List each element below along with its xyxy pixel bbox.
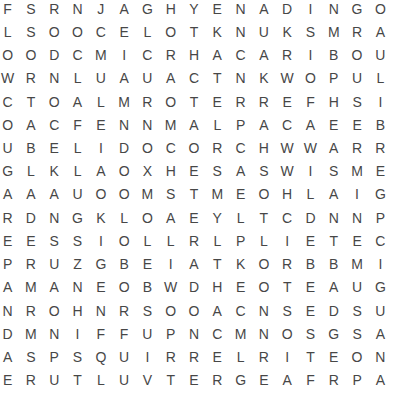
grid-cell[interactable]: O: [345, 43, 368, 66]
grid-cell[interactable]: N: [66, 0, 89, 20]
grid-cell[interactable]: E: [136, 253, 159, 276]
grid-cell[interactable]: N: [369, 346, 392, 369]
grid-cell[interactable]: U: [252, 20, 275, 43]
grid-cell[interactable]: G: [345, 0, 368, 20]
grid-cell[interactable]: D: [19, 206, 42, 229]
grid-cell[interactable]: A: [299, 113, 322, 136]
grid-cell[interactable]: F: [112, 322, 135, 345]
grid-cell[interactable]: S: [66, 346, 89, 369]
grid-cell[interactable]: E: [369, 160, 392, 183]
grid-cell[interactable]: M: [229, 322, 252, 345]
grid-cell[interactable]: O: [112, 229, 135, 252]
grid-cell[interactable]: E: [299, 229, 322, 252]
grid-cell[interactable]: E: [206, 90, 229, 113]
grid-cell[interactable]: E: [345, 113, 368, 136]
grid-cell[interactable]: I: [299, 160, 322, 183]
grid-cell[interactable]: M: [206, 183, 229, 206]
grid-cell[interactable]: E: [345, 229, 368, 252]
grid-cell[interactable]: N: [252, 322, 275, 345]
grid-cell[interactable]: K: [43, 160, 66, 183]
grid-cell[interactable]: L: [299, 183, 322, 206]
grid-cell[interactable]: I: [66, 322, 89, 345]
grid-cell[interactable]: C: [206, 322, 229, 345]
grid-cell[interactable]: T: [159, 369, 182, 392]
grid-cell[interactable]: W: [276, 136, 299, 159]
grid-cell[interactable]: R: [19, 299, 42, 322]
grid-cell[interactable]: T: [276, 276, 299, 299]
grid-cell[interactable]: R: [276, 43, 299, 66]
grid-cell[interactable]: C: [276, 113, 299, 136]
grid-cell[interactable]: T: [182, 90, 205, 113]
grid-cell[interactable]: B: [19, 136, 42, 159]
grid-cell[interactable]: O: [0, 43, 19, 66]
grid-cell[interactable]: O: [159, 20, 182, 43]
grid-cell[interactable]: A: [252, 43, 275, 66]
grid-cell[interactable]: A: [369, 322, 392, 345]
grid-cell[interactable]: L: [112, 206, 135, 229]
grid-cell[interactable]: L: [19, 160, 42, 183]
grid-cell[interactable]: S: [345, 299, 368, 322]
grid-cell[interactable]: R: [252, 90, 275, 113]
grid-cell[interactable]: O: [43, 20, 66, 43]
grid-cell[interactable]: L: [89, 90, 112, 113]
grid-cell[interactable]: N: [0, 299, 19, 322]
grid-cell[interactable]: M: [89, 43, 112, 66]
grid-cell[interactable]: E: [0, 229, 19, 252]
grid-cell[interactable]: O: [252, 276, 275, 299]
grid-cell[interactable]: S: [19, 346, 42, 369]
grid-cell[interactable]: S: [322, 160, 345, 183]
grid-cell[interactable]: Q: [89, 346, 112, 369]
grid-cell[interactable]: N: [345, 206, 368, 229]
grid-cell[interactable]: U: [112, 369, 135, 392]
grid-cell[interactable]: O: [159, 299, 182, 322]
grid-cell[interactable]: E: [252, 369, 275, 392]
grid-cell[interactable]: A: [112, 67, 135, 90]
grid-cell[interactable]: C: [0, 90, 19, 113]
grid-cell[interactable]: A: [252, 113, 275, 136]
grid-cell[interactable]: M: [19, 322, 42, 345]
grid-cell[interactable]: I: [89, 136, 112, 159]
grid-cell[interactable]: H: [276, 183, 299, 206]
grid-cell[interactable]: N: [43, 206, 66, 229]
grid-cell[interactable]: E: [112, 20, 135, 43]
grid-cell[interactable]: S: [66, 229, 89, 252]
grid-cell[interactable]: E: [89, 276, 112, 299]
grid-cell[interactable]: I: [276, 346, 299, 369]
grid-cell[interactable]: R: [206, 136, 229, 159]
grid-cell[interactable]: R: [159, 43, 182, 66]
grid-cell[interactable]: G: [229, 369, 252, 392]
grid-cell[interactable]: I: [299, 0, 322, 20]
grid-cell[interactable]: X: [136, 160, 159, 183]
grid-cell[interactable]: S: [345, 322, 368, 345]
grid-cell[interactable]: Y: [182, 0, 205, 20]
grid-cell[interactable]: H: [182, 43, 205, 66]
grid-cell[interactable]: F: [0, 0, 19, 20]
word-search-board: FSRNJAGHYENADINGOLSOOCELOTKNUKSMRAOODCMI…: [0, 0, 392, 392]
grid-cell[interactable]: E: [182, 369, 205, 392]
grid-cell[interactable]: P: [0, 253, 19, 276]
grid-cell[interactable]: M: [19, 276, 42, 299]
grid-cell[interactable]: M: [345, 160, 368, 183]
grid-cell[interactable]: R: [112, 299, 135, 322]
grid-cell[interactable]: H: [322, 90, 345, 113]
grid-cell[interactable]: A: [159, 206, 182, 229]
grid-cell[interactable]: R: [19, 369, 42, 392]
grid-cell[interactable]: D: [112, 136, 135, 159]
grid-cell[interactable]: A: [206, 43, 229, 66]
grid-cell[interactable]: C: [229, 299, 252, 322]
grid-cell[interactable]: U: [0, 136, 19, 159]
grid-cell[interactable]: R: [19, 253, 42, 276]
grid-cell[interactable]: V: [136, 369, 159, 392]
grid-cell[interactable]: G: [369, 183, 392, 206]
grid-cell[interactable]: S: [19, 0, 42, 20]
grid-cell[interactable]: I: [299, 43, 322, 66]
grid-cell[interactable]: G: [322, 322, 345, 345]
grid-cell[interactable]: W: [276, 67, 299, 90]
grid-cell[interactable]: A: [43, 183, 66, 206]
grid-cell[interactable]: U: [43, 369, 66, 392]
grid-cell[interactable]: G: [89, 253, 112, 276]
grid-cell[interactable]: S: [206, 160, 229, 183]
grid-cell[interactable]: A: [182, 253, 205, 276]
grid-cell[interactable]: C: [66, 43, 89, 66]
grid-cell[interactable]: O: [112, 276, 135, 299]
grid-cell[interactable]: L: [229, 206, 252, 229]
grid-cell[interactable]: E: [89, 113, 112, 136]
grid-cell[interactable]: K: [229, 253, 252, 276]
grid-cell[interactable]: T: [19, 90, 42, 113]
grid-cell[interactable]: K: [89, 206, 112, 229]
grid-cell[interactable]: H: [66, 299, 89, 322]
grid-cell[interactable]: B: [299, 253, 322, 276]
grid-cell[interactable]: I: [369, 90, 392, 113]
grid-cell[interactable]: S: [252, 160, 275, 183]
grid-cell[interactable]: N: [66, 276, 89, 299]
grid-cell[interactable]: L: [252, 229, 275, 252]
grid-cell[interactable]: N: [182, 322, 205, 345]
grid-cell[interactable]: B: [136, 276, 159, 299]
grid-cell[interactable]: S: [345, 90, 368, 113]
grid-cell[interactable]: R: [345, 20, 368, 43]
grid-cell[interactable]: U: [369, 299, 392, 322]
grid-cell[interactable]: R: [206, 369, 229, 392]
grid-cell[interactable]: I: [159, 253, 182, 276]
grid-cell[interactable]: O: [19, 43, 42, 66]
grid-cell[interactable]: E: [299, 299, 322, 322]
grid-cell[interactable]: L: [136, 229, 159, 252]
grid-cell[interactable]: O: [112, 160, 135, 183]
grid-cell[interactable]: G: [0, 160, 19, 183]
grid-cell[interactable]: U: [89, 67, 112, 90]
grid-cell[interactable]: L: [66, 136, 89, 159]
grid-cell[interactable]: N: [229, 67, 252, 90]
grid-cell[interactable]: C: [276, 206, 299, 229]
grid-cell[interactable]: A: [159, 67, 182, 90]
grid-cell[interactable]: U: [345, 67, 368, 90]
grid-cell[interactable]: N: [252, 299, 275, 322]
grid-cell[interactable]: M: [159, 113, 182, 136]
grid-cell[interactable]: E: [322, 346, 345, 369]
grid-cell[interactable]: C: [182, 67, 205, 90]
grid-cell[interactable]: R: [252, 346, 275, 369]
grid-cell[interactable]: N: [112, 113, 135, 136]
grid-cell[interactable]: C: [159, 136, 182, 159]
grid-cell[interactable]: E: [229, 276, 252, 299]
grid-cell[interactable]: E: [182, 206, 205, 229]
grid-cell[interactable]: P: [159, 322, 182, 345]
grid-cell[interactable]: O: [252, 183, 275, 206]
grid-cell[interactable]: N: [229, 0, 252, 20]
grid-cell[interactable]: F: [66, 113, 89, 136]
grid-cell[interactable]: C: [43, 113, 66, 136]
grid-cell[interactable]: M: [322, 20, 345, 43]
grid-cell[interactable]: L: [136, 20, 159, 43]
grid-cell[interactable]: O: [136, 206, 159, 229]
grid-cell[interactable]: S: [276, 299, 299, 322]
grid-cell[interactable]: N: [322, 0, 345, 20]
grid-cell[interactable]: A: [43, 276, 66, 299]
grid-cell[interactable]: S: [19, 20, 42, 43]
grid-cell[interactable]: U: [136, 67, 159, 90]
grid-cell[interactable]: H: [159, 0, 182, 20]
grid-cell[interactable]: R: [0, 206, 19, 229]
grid-cell[interactable]: S: [43, 229, 66, 252]
grid-cell[interactable]: E: [229, 183, 252, 206]
grid-cell[interactable]: K: [276, 20, 299, 43]
grid-cell[interactable]: N: [43, 67, 66, 90]
grid-cell[interactable]: A: [229, 160, 252, 183]
grid-cell[interactable]: C: [229, 136, 252, 159]
grid-cell[interactable]: H: [159, 160, 182, 183]
grid-cell[interactable]: B: [369, 113, 392, 136]
grid-cell[interactable]: R: [369, 136, 392, 159]
grid-cell[interactable]: D: [43, 43, 66, 66]
grid-cell[interactable]: A: [322, 136, 345, 159]
grid-cell[interactable]: T: [206, 67, 229, 90]
grid-cell[interactable]: I: [136, 346, 159, 369]
grid-cell[interactable]: D: [182, 276, 205, 299]
grid-cell[interactable]: A: [276, 369, 299, 392]
grid-cell[interactable]: A: [66, 90, 89, 113]
grid-cell[interactable]: O: [182, 299, 205, 322]
grid-cell[interactable]: M: [345, 253, 368, 276]
grid-cell[interactable]: A: [19, 113, 42, 136]
grid-cell[interactable]: M: [112, 90, 135, 113]
grid-cell[interactable]: O: [159, 90, 182, 113]
grid-cell[interactable]: A: [369, 369, 392, 392]
grid-cell[interactable]: T: [66, 369, 89, 392]
grid-cell[interactable]: S: [299, 322, 322, 345]
grid-cell[interactable]: R: [19, 67, 42, 90]
grid-cell[interactable]: C: [369, 229, 392, 252]
grid-cell[interactable]: A: [369, 20, 392, 43]
grid-cell[interactable]: K: [206, 20, 229, 43]
grid-cell[interactable]: I: [112, 43, 135, 66]
grid-cell[interactable]: L: [206, 113, 229, 136]
grid-cell[interactable]: H: [206, 276, 229, 299]
grid-cell[interactable]: A: [0, 346, 19, 369]
grid-cell[interactable]: U: [66, 183, 89, 206]
grid-cell[interactable]: P: [43, 346, 66, 369]
grid-cell[interactable]: R: [322, 369, 345, 392]
grid-cell[interactable]: F: [89, 322, 112, 345]
grid-cell[interactable]: T: [322, 229, 345, 252]
grid-cell[interactable]: W: [276, 160, 299, 183]
grid-cell[interactable]: E: [206, 0, 229, 20]
grid-cell[interactable]: T: [206, 253, 229, 276]
grid-cell[interactable]: A: [322, 183, 345, 206]
grid-cell[interactable]: I: [369, 253, 392, 276]
grid-cell[interactable]: N: [229, 20, 252, 43]
grid-cell[interactable]: P: [229, 113, 252, 136]
grid-cell[interactable]: O: [89, 183, 112, 206]
grid-cell[interactable]: J: [89, 0, 112, 20]
grid-cell[interactable]: R: [136, 90, 159, 113]
grid-cell[interactable]: R: [229, 90, 252, 113]
grid-cell[interactable]: A: [89, 160, 112, 183]
grid-cell[interactable]: U: [112, 346, 135, 369]
grid-cell[interactable]: L: [66, 67, 89, 90]
grid-cell[interactable]: S: [299, 20, 322, 43]
grid-cell[interactable]: G: [136, 0, 159, 20]
grid-cell[interactable]: A: [0, 276, 19, 299]
grid-cell[interactable]: B: [322, 43, 345, 66]
grid-cell[interactable]: N: [322, 206, 345, 229]
grid-cell[interactable]: D: [299, 206, 322, 229]
grid-cell[interactable]: A: [112, 0, 135, 20]
grid-cell[interactable]: L: [206, 229, 229, 252]
grid-cell[interactable]: O: [252, 253, 275, 276]
grid-cell[interactable]: A: [206, 299, 229, 322]
grid-cell[interactable]: L: [229, 346, 252, 369]
grid-cell[interactable]: I: [345, 183, 368, 206]
grid-cell[interactable]: I: [276, 229, 299, 252]
grid-cell[interactable]: C: [229, 43, 252, 66]
grid-cell[interactable]: U: [43, 253, 66, 276]
grid-cell[interactable]: O: [345, 346, 368, 369]
grid-cell[interactable]: L: [66, 160, 89, 183]
grid-cell[interactable]: H: [252, 136, 275, 159]
grid-cell[interactable]: P: [322, 67, 345, 90]
grid-cell[interactable]: I: [89, 229, 112, 252]
grid-cell[interactable]: T: [182, 183, 205, 206]
grid-cell[interactable]: E: [43, 136, 66, 159]
grid-cell[interactable]: L: [369, 67, 392, 90]
grid-cell[interactable]: O: [43, 90, 66, 113]
grid-cell[interactable]: O: [299, 67, 322, 90]
grid-cell[interactable]: A: [0, 183, 19, 206]
grid-cell[interactable]: N: [43, 322, 66, 345]
grid-cell[interactable]: D: [322, 299, 345, 322]
grid-cell[interactable]: C: [136, 43, 159, 66]
grid-cell[interactable]: F: [299, 90, 322, 113]
grid-cell[interactable]: L: [159, 229, 182, 252]
grid-cell[interactable]: P: [345, 369, 368, 392]
grid-cell[interactable]: O: [43, 299, 66, 322]
grid-cell[interactable]: U: [345, 276, 368, 299]
grid-cell[interactable]: O: [136, 136, 159, 159]
grid-cell[interactable]: T: [182, 20, 205, 43]
grid-cell[interactable]: U: [136, 322, 159, 345]
grid-cell[interactable]: G: [66, 206, 89, 229]
grid-cell[interactable]: R: [43, 0, 66, 20]
grid-cell[interactable]: U: [369, 43, 392, 66]
grid-cell[interactable]: R: [345, 136, 368, 159]
grid-cell[interactable]: W: [299, 136, 322, 159]
grid-cell[interactable]: N: [89, 299, 112, 322]
word-search-puzzle: FSRNJAGHYENADINGOLSOOCELOTKNUKSMRAOODCMI…: [0, 0, 396, 395]
grid-cell[interactable]: N: [136, 113, 159, 136]
grid-cell[interactable]: T: [299, 346, 322, 369]
grid-cell[interactable]: D: [0, 322, 19, 345]
grid-cell[interactable]: E: [299, 276, 322, 299]
grid-cell[interactable]: O: [112, 183, 135, 206]
grid-cell[interactable]: O: [182, 136, 205, 159]
grid-cell[interactable]: Y: [206, 206, 229, 229]
grid-cell[interactable]: E: [19, 229, 42, 252]
grid-cell[interactable]: F: [299, 369, 322, 392]
grid-cell[interactable]: A: [322, 276, 345, 299]
grid-cell[interactable]: M: [136, 183, 159, 206]
grid-cell[interactable]: E: [276, 90, 299, 113]
grid-cell[interactable]: A: [252, 0, 275, 20]
grid-cell[interactable]: O: [0, 113, 19, 136]
grid-cell[interactable]: T: [252, 206, 275, 229]
grid-cell[interactable]: O: [276, 322, 299, 345]
grid-cell[interactable]: E: [182, 160, 205, 183]
grid-cell[interactable]: R: [182, 346, 205, 369]
grid-cell[interactable]: E: [206, 346, 229, 369]
grid-cell[interactable]: A: [19, 183, 42, 206]
grid-cell[interactable]: E: [322, 113, 345, 136]
grid-cell[interactable]: O: [369, 0, 392, 20]
grid-cell[interactable]: O: [66, 20, 89, 43]
grid-cell[interactable]: C: [89, 20, 112, 43]
grid-cell[interactable]: E: [0, 369, 19, 392]
grid-cell[interactable]: P: [229, 229, 252, 252]
grid-cell[interactable]: K: [252, 67, 275, 90]
grid-cell[interactable]: R: [159, 346, 182, 369]
grid-cell[interactable]: A: [182, 113, 205, 136]
grid-cell[interactable]: L: [0, 20, 19, 43]
grid-cell[interactable]: R: [182, 229, 205, 252]
grid-cell[interactable]: B: [322, 253, 345, 276]
grid-cell[interactable]: S: [136, 299, 159, 322]
grid-cell[interactable]: L: [89, 369, 112, 392]
grid-cell[interactable]: W: [0, 67, 19, 90]
grid-cell[interactable]: W: [159, 276, 182, 299]
grid-cell[interactable]: S: [159, 183, 182, 206]
grid-cell[interactable]: P: [369, 206, 392, 229]
grid-cell[interactable]: R: [276, 253, 299, 276]
grid-cell[interactable]: B: [112, 253, 135, 276]
grid-cell[interactable]: D: [276, 0, 299, 20]
grid-cell[interactable]: Z: [66, 253, 89, 276]
grid-cell[interactable]: G: [369, 276, 392, 299]
